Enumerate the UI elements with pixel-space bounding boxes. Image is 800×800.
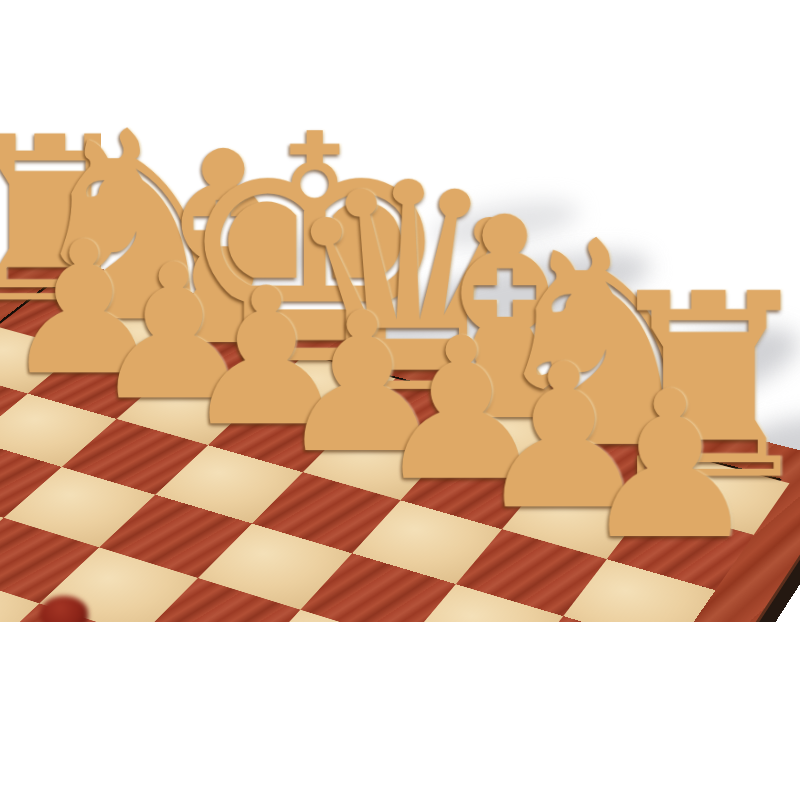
cast-shadow <box>202 227 357 297</box>
chess-set-photo: ♜♞♝♚♛♝♞♜♟♟♟♟♟♟♟♟ <box>0 0 800 800</box>
white-pawn: ♟ <box>0 200 78 372</box>
white-rook: ♜ <box>0 113 152 329</box>
cast-shadow <box>428 192 582 255</box>
white-crop-band <box>0 622 800 800</box>
